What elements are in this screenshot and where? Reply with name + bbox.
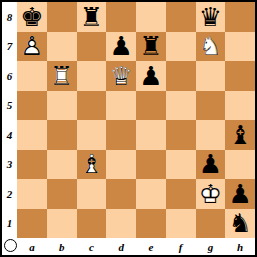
square-e1[interactable] bbox=[136, 209, 166, 239]
square-a2[interactable] bbox=[17, 179, 47, 209]
black-pawn-glyph: ♟ bbox=[225, 181, 255, 207]
square-c4[interactable] bbox=[77, 120, 107, 150]
file-label-b: b bbox=[47, 238, 77, 255]
file-label-f: f bbox=[166, 238, 196, 255]
square-f6[interactable] bbox=[166, 61, 196, 91]
square-c2[interactable] bbox=[77, 179, 107, 209]
black-pawn-glyph: ♟ bbox=[106, 33, 136, 59]
piece-black-pawn[interactable]: ♟ bbox=[136, 61, 166, 91]
square-f7[interactable] bbox=[166, 32, 196, 62]
square-h1[interactable]: ♞ bbox=[225, 209, 255, 239]
square-b4[interactable] bbox=[47, 120, 77, 150]
square-a8[interactable]: ♚ bbox=[17, 2, 47, 32]
square-a4[interactable] bbox=[17, 120, 47, 150]
piece-black-knight[interactable]: ♞ bbox=[225, 209, 255, 239]
square-a1[interactable] bbox=[17, 209, 47, 239]
rank-labels: 87654321 bbox=[2, 2, 17, 238]
square-d8[interactable] bbox=[106, 2, 136, 32]
piece-black-bishop[interactable]: ♝ bbox=[225, 120, 255, 150]
square-b8[interactable] bbox=[47, 2, 77, 32]
square-h7[interactable] bbox=[225, 32, 255, 62]
rank-label-8: 8 bbox=[2, 2, 17, 32]
board-corner bbox=[2, 238, 17, 255]
square-h4[interactable]: ♝ bbox=[225, 120, 255, 150]
piece-white-king[interactable]: ♚♔ bbox=[196, 179, 226, 209]
white-knight-outline: ♘ bbox=[196, 33, 226, 59]
piece-white-rook[interactable]: ♜♖ bbox=[47, 61, 77, 91]
rank-label-1: 1 bbox=[2, 209, 17, 239]
piece-black-pawn[interactable]: ♟ bbox=[225, 179, 255, 209]
piece-black-pawn[interactable]: ♟ bbox=[196, 150, 226, 180]
square-c8[interactable]: ♜ bbox=[77, 2, 107, 32]
square-d2[interactable] bbox=[106, 179, 136, 209]
square-g7[interactable]: ♞♘ bbox=[196, 32, 226, 62]
square-g1[interactable] bbox=[196, 209, 226, 239]
square-e2[interactable] bbox=[136, 179, 166, 209]
square-f2[interactable] bbox=[166, 179, 196, 209]
square-d3[interactable] bbox=[106, 150, 136, 180]
square-g6[interactable] bbox=[196, 61, 226, 91]
white-king-outline: ♔ bbox=[196, 181, 226, 207]
square-g3[interactable]: ♟ bbox=[196, 150, 226, 180]
square-a7[interactable]: ♟♙ bbox=[17, 32, 47, 62]
square-e3[interactable] bbox=[136, 150, 166, 180]
rank-label-2: 2 bbox=[2, 179, 17, 209]
file-label-g: g bbox=[196, 238, 226, 255]
piece-black-king[interactable]: ♚ bbox=[17, 2, 47, 32]
file-label-h: h bbox=[225, 238, 255, 255]
rank-label-6: 6 bbox=[2, 61, 17, 91]
rank-label-3: 3 bbox=[2, 150, 17, 180]
piece-white-pawn[interactable]: ♟♙ bbox=[17, 32, 47, 62]
square-c5[interactable] bbox=[77, 91, 107, 121]
file-label-d: d bbox=[106, 238, 136, 255]
white-to-move-indicator bbox=[4, 239, 17, 252]
black-king-glyph: ♚ bbox=[17, 4, 47, 30]
square-h3[interactable] bbox=[225, 150, 255, 180]
black-rook-glyph: ♜ bbox=[77, 4, 107, 30]
file-labels: abcdefgh bbox=[17, 238, 255, 255]
square-e6[interactable]: ♟ bbox=[136, 61, 166, 91]
piece-black-rook[interactable]: ♜ bbox=[136, 32, 166, 62]
piece-white-bishop[interactable]: ♝♗ bbox=[77, 150, 107, 180]
square-e8[interactable] bbox=[136, 2, 166, 32]
square-h5[interactable] bbox=[225, 91, 255, 121]
square-b7[interactable] bbox=[47, 32, 77, 62]
black-knight-glyph: ♞ bbox=[225, 210, 255, 236]
square-f5[interactable] bbox=[166, 91, 196, 121]
square-b5[interactable] bbox=[47, 91, 77, 121]
square-e4[interactable] bbox=[136, 120, 166, 150]
square-d7[interactable]: ♟ bbox=[106, 32, 136, 62]
square-d6[interactable]: ♛♕ bbox=[106, 61, 136, 91]
square-b6[interactable]: ♜♖ bbox=[47, 61, 77, 91]
square-b1[interactable] bbox=[47, 209, 77, 239]
square-e7[interactable]: ♜ bbox=[136, 32, 166, 62]
black-pawn-glyph: ♟ bbox=[136, 63, 166, 89]
piece-white-knight[interactable]: ♞♘ bbox=[196, 32, 226, 62]
square-d1[interactable] bbox=[106, 209, 136, 239]
square-c1[interactable] bbox=[77, 209, 107, 239]
square-c7[interactable] bbox=[77, 32, 107, 62]
file-label-c: c bbox=[77, 238, 107, 255]
square-d5[interactable] bbox=[106, 91, 136, 121]
white-bishop-outline: ♗ bbox=[77, 151, 107, 177]
square-h2[interactable]: ♟ bbox=[225, 179, 255, 209]
piece-white-queen[interactable]: ♛♕ bbox=[106, 61, 136, 91]
chess-diagram: 87654321 ♚♜♛♟♙♟♜♞♘♜♖♛♕♟♝♝♗♟♚♔♟♞ abcdefgh bbox=[0, 0, 257, 257]
square-b3[interactable] bbox=[47, 150, 77, 180]
white-pawn-outline: ♙ bbox=[17, 33, 47, 59]
piece-black-pawn[interactable]: ♟ bbox=[106, 32, 136, 62]
black-queen-glyph: ♛ bbox=[196, 4, 226, 30]
black-bishop-glyph: ♝ bbox=[225, 122, 255, 148]
black-rook-glyph: ♜ bbox=[136, 33, 166, 59]
file-label-e: e bbox=[136, 238, 166, 255]
file-label-a: a bbox=[17, 238, 47, 255]
square-a6[interactable] bbox=[17, 61, 47, 91]
square-h8[interactable] bbox=[225, 2, 255, 32]
square-g5[interactable] bbox=[196, 91, 226, 121]
square-f4[interactable] bbox=[166, 120, 196, 150]
piece-black-rook[interactable]: ♜ bbox=[77, 2, 107, 32]
square-f1[interactable] bbox=[166, 209, 196, 239]
rank-label-4: 4 bbox=[2, 120, 17, 150]
square-a5[interactable] bbox=[17, 91, 47, 121]
square-d4[interactable] bbox=[106, 120, 136, 150]
square-c6[interactable] bbox=[77, 61, 107, 91]
rank-label-7: 7 bbox=[2, 32, 17, 62]
square-e5[interactable] bbox=[136, 91, 166, 121]
square-a3[interactable] bbox=[17, 150, 47, 180]
chess-board: ♚♜♛♟♙♟♜♞♘♜♖♛♕♟♝♝♗♟♚♔♟♞ bbox=[17, 2, 255, 238]
piece-black-queen[interactable]: ♛ bbox=[196, 2, 226, 32]
square-b2[interactable] bbox=[47, 179, 77, 209]
square-g8[interactable]: ♛ bbox=[196, 2, 226, 32]
white-rook-outline: ♖ bbox=[47, 63, 77, 89]
square-h6[interactable] bbox=[225, 61, 255, 91]
square-g2[interactable]: ♚♔ bbox=[196, 179, 226, 209]
square-f3[interactable] bbox=[166, 150, 196, 180]
square-c3[interactable]: ♝♗ bbox=[77, 150, 107, 180]
rank-label-5: 5 bbox=[2, 91, 17, 121]
black-pawn-glyph: ♟ bbox=[196, 151, 226, 177]
white-queen-outline: ♕ bbox=[106, 63, 136, 89]
square-f8[interactable] bbox=[166, 2, 196, 32]
square-g4[interactable] bbox=[196, 120, 226, 150]
